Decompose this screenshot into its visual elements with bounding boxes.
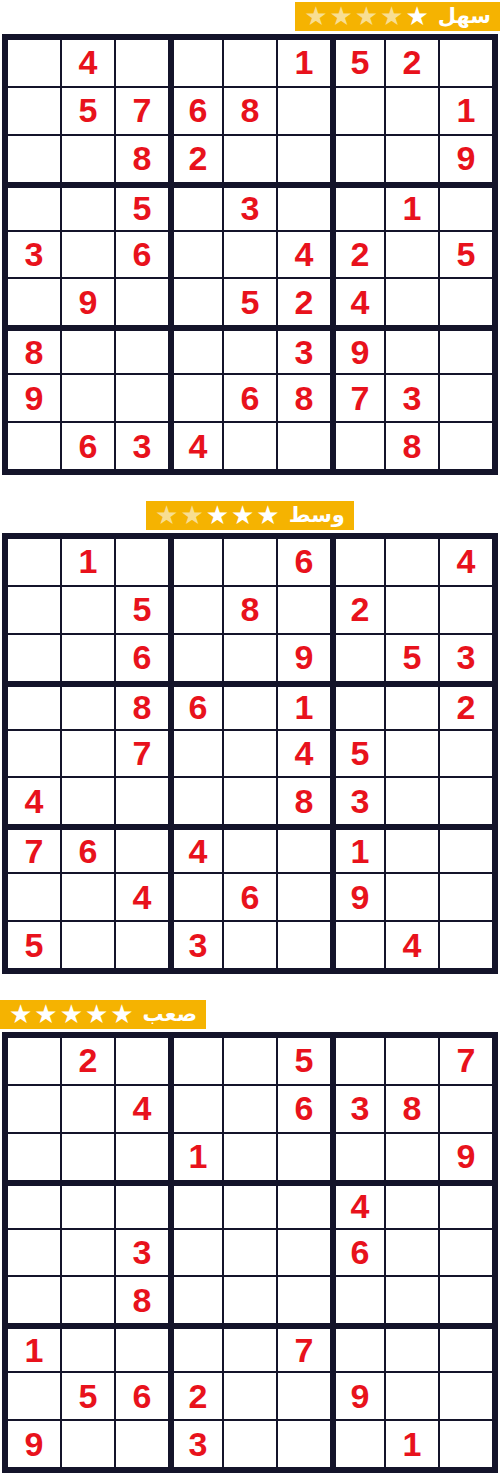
- sudoku-cell-given: 8: [116, 683, 168, 729]
- difficulty-label: وسط: [289, 501, 345, 530]
- sudoku-cell-given: 4: [116, 874, 168, 920]
- sudoku-cell-empty[interactable]: [440, 1421, 492, 1467]
- sudoku-cell-given: 3: [332, 778, 384, 824]
- sudoku-cell-given: 2: [170, 1373, 222, 1419]
- sudoku-cell-empty[interactable]: [278, 1230, 330, 1276]
- sudoku-cell-empty[interactable]: [440, 778, 492, 824]
- sudoku-cell-given: 6: [116, 232, 168, 278]
- star-empty-icon: ★: [304, 2, 327, 31]
- sudoku-cell-given: 5: [278, 1038, 330, 1084]
- sudoku-cell-given: 9: [278, 635, 330, 681]
- sudoku-cell-empty[interactable]: [116, 1038, 168, 1084]
- difficulty-stars: ★★★★★: [304, 2, 429, 31]
- sudoku-cell-given: 8: [224, 587, 276, 633]
- difficulty-label: سهل: [438, 2, 491, 31]
- sudoku-cell-given: 8: [386, 423, 438, 469]
- sudoku-cell-empty[interactable]: [386, 136, 438, 182]
- sudoku-cell-given: 4: [440, 539, 492, 585]
- star-filled-icon: ★: [206, 501, 229, 530]
- sudoku-cell-empty[interactable]: [170, 327, 222, 373]
- difficulty-stars: ★★★★★: [155, 501, 280, 530]
- sudoku-cell-given: 9: [440, 1134, 492, 1180]
- sudoku-cell-empty[interactable]: [62, 232, 114, 278]
- sudoku-cell-given: 9: [440, 136, 492, 182]
- sudoku-cell-empty[interactable]: [8, 1086, 60, 1132]
- sudoku-cell-empty[interactable]: [224, 1086, 276, 1132]
- sudoku-cell-empty[interactable]: [62, 327, 114, 373]
- sudoku-cell-given: 3: [170, 1421, 222, 1467]
- star-filled-icon: ★: [9, 1000, 32, 1029]
- sudoku-cell-empty[interactable]: [170, 1086, 222, 1132]
- sudoku-cell-empty[interactable]: [170, 874, 222, 920]
- sudoku-cell-empty[interactable]: [332, 1277, 384, 1323]
- sudoku-cell-given: 3: [8, 232, 60, 278]
- star-empty-icon: ★: [329, 2, 352, 31]
- star-filled-icon: ★: [256, 501, 279, 530]
- sudoku-cell-empty[interactable]: [170, 1038, 222, 1084]
- sudoku-cell-given: 6: [170, 683, 222, 729]
- sudoku-cell-empty[interactable]: [62, 1086, 114, 1132]
- sudoku-cell-given: 6: [278, 539, 330, 585]
- sudoku-cell-given: 8: [278, 778, 330, 824]
- sudoku-cell-empty[interactable]: [62, 1277, 114, 1323]
- sudoku-cell-given: 6: [224, 874, 276, 920]
- sudoku-cell-empty[interactable]: [8, 279, 60, 325]
- sudoku-cell-empty[interactable]: [440, 731, 492, 777]
- sudoku-cell-given: 4: [62, 40, 114, 86]
- sudoku-cell-empty[interactable]: [224, 539, 276, 585]
- sudoku-cell-empty[interactable]: [8, 587, 60, 633]
- sudoku-cell-empty[interactable]: [62, 1134, 114, 1180]
- sudoku-cell-empty[interactable]: [224, 922, 276, 968]
- sudoku-cell-empty[interactable]: [440, 1230, 492, 1276]
- sudoku-cell-empty[interactable]: [170, 40, 222, 86]
- sudoku-cell-given: 9: [332, 874, 384, 920]
- sudoku-cell-empty[interactable]: [8, 1134, 60, 1180]
- sudoku-cell-given: 2: [278, 279, 330, 325]
- difficulty-banner: ★★★★★ وسط: [146, 501, 354, 530]
- sudoku-cell-given: 9: [62, 279, 114, 325]
- sudoku-cell-empty[interactable]: [170, 587, 222, 633]
- sudoku-cell-given: 8: [386, 1086, 438, 1132]
- sudoku-cell-empty[interactable]: [170, 1277, 222, 1323]
- sudoku-cell-empty[interactable]: [170, 184, 222, 230]
- sudoku-cell-given: 4: [278, 232, 330, 278]
- sudoku-cell-given: 7: [8, 826, 60, 872]
- sudoku-cell-empty[interactable]: [62, 587, 114, 633]
- sudoku-cell-empty[interactable]: [8, 136, 60, 182]
- sudoku-cell-empty[interactable]: [440, 40, 492, 86]
- sudoku-cell-empty[interactable]: [8, 1373, 60, 1419]
- sudoku-cell-given: 4: [170, 826, 222, 872]
- sudoku-cell-given: 1: [332, 826, 384, 872]
- sudoku-cell-empty[interactable]: [116, 539, 168, 585]
- sudoku-cell-empty[interactable]: [116, 1421, 168, 1467]
- sudoku-cell-empty[interactable]: [170, 635, 222, 681]
- sudoku-cell-empty[interactable]: [386, 1325, 438, 1371]
- sudoku-cell-empty[interactable]: [116, 40, 168, 86]
- sudoku-cell-given: 7: [116, 731, 168, 777]
- sudoku-cell-given: 3: [116, 1230, 168, 1276]
- sudoku-cell-given: 9: [8, 375, 60, 421]
- sudoku-cell-empty[interactable]: [224, 1325, 276, 1371]
- sudoku-cell-given: 5: [332, 731, 384, 777]
- sudoku-cell-empty[interactable]: [386, 1134, 438, 1180]
- sudoku-cell-empty[interactable]: [440, 1182, 492, 1228]
- difficulty-header: ★★★★★ سهل: [0, 2, 500, 31]
- sudoku-cell-given: 6: [224, 375, 276, 421]
- sudoku-cell-empty[interactable]: [170, 1230, 222, 1276]
- sudoku-cell-empty[interactable]: [8, 1230, 60, 1276]
- sudoku-cell-empty[interactable]: [278, 1373, 330, 1419]
- sudoku-cell-given: 2: [332, 587, 384, 633]
- sudoku-cell-given: 7: [278, 1325, 330, 1371]
- star-empty-icon: ★: [155, 501, 178, 530]
- sudoku-cell-empty[interactable]: [224, 1421, 276, 1467]
- sudoku-cell-empty[interactable]: [170, 1325, 222, 1371]
- sudoku-cell-empty[interactable]: [386, 778, 438, 824]
- sudoku-cell-empty[interactable]: [332, 1325, 384, 1371]
- sudoku-cell-empty[interactable]: [332, 136, 384, 182]
- sudoku-cell-given: 2: [62, 1038, 114, 1084]
- sudoku-cell-given: 1: [62, 539, 114, 585]
- sudoku-cell-given: 6: [62, 826, 114, 872]
- sudoku-cell-given: 2: [332, 232, 384, 278]
- sudoku-cell-empty[interactable]: [224, 423, 276, 469]
- sudoku-cell-given: 1: [8, 1325, 60, 1371]
- sudoku-cell-empty[interactable]: [8, 731, 60, 777]
- sudoku-cell-given: 3: [278, 327, 330, 373]
- sudoku-cell-empty[interactable]: [62, 136, 114, 182]
- sudoku-cell-empty[interactable]: [332, 1038, 384, 1084]
- sudoku-cell-empty[interactable]: [332, 1134, 384, 1180]
- puzzle-section-3: ★★★★★ صعب 2574638194368175629931: [0, 1000, 500, 1473]
- sudoku-cell-empty[interactable]: [170, 375, 222, 421]
- sudoku-cell-empty[interactable]: [440, 1086, 492, 1132]
- sudoku-cell-empty[interactable]: [386, 539, 438, 585]
- sudoku-cell-empty[interactable]: [224, 683, 276, 729]
- sudoku-cell-given: 1: [278, 683, 330, 729]
- sudoku-cell-empty[interactable]: [224, 40, 276, 86]
- difficulty-banner: ★★★★★ سهل: [295, 2, 500, 31]
- sudoku-cell-empty[interactable]: [440, 423, 492, 469]
- sudoku-cell-given: 5: [62, 1373, 114, 1419]
- sudoku-cell-given: 5: [116, 184, 168, 230]
- star-filled-icon: ★: [231, 501, 254, 530]
- sudoku-cell-empty[interactable]: [332, 1421, 384, 1467]
- difficulty-header: ★★★★★ وسط: [0, 501, 500, 530]
- sudoku-cell-given: 5: [116, 587, 168, 633]
- sudoku-cell-empty[interactable]: [8, 683, 60, 729]
- star-filled-icon: ★: [405, 2, 428, 31]
- sudoku-cell-empty[interactable]: [224, 1038, 276, 1084]
- star-empty-icon: ★: [380, 2, 403, 31]
- sudoku-cell-given: 9: [332, 1373, 384, 1419]
- sudoku-cell-empty[interactable]: [170, 778, 222, 824]
- puzzle-section-1: ★★★★★ سهل 415257681829531364259524839968…: [0, 2, 500, 475]
- sudoku-cell-empty[interactable]: [440, 279, 492, 325]
- sudoku-cell-empty[interactable]: [440, 1373, 492, 1419]
- sudoku-cell-empty[interactable]: [116, 922, 168, 968]
- sudoku-cell-empty[interactable]: [278, 88, 330, 134]
- sudoku-cell-empty[interactable]: [8, 184, 60, 230]
- sudoku-cell-empty[interactable]: [278, 826, 330, 872]
- sudoku-cell-given: 8: [8, 327, 60, 373]
- sudoku-cell-empty[interactable]: [62, 1182, 114, 1228]
- sudoku-cell-empty[interactable]: [170, 1182, 222, 1228]
- sudoku-cell-empty[interactable]: [278, 1277, 330, 1323]
- sudoku-cell-given: 2: [440, 683, 492, 729]
- difficulty-header: ★★★★★ صعب: [0, 1000, 500, 1029]
- sudoku-cell-empty[interactable]: [62, 1230, 114, 1276]
- sudoku-cell-given: 1: [386, 1421, 438, 1467]
- sudoku-cell-empty[interactable]: [278, 136, 330, 182]
- sudoku-cell-given: 2: [170, 136, 222, 182]
- sudoku-board: 164582695386127454837641469534: [2, 533, 498, 974]
- sudoku-cell-empty[interactable]: [224, 232, 276, 278]
- sudoku-cell-empty[interactable]: [440, 587, 492, 633]
- sudoku-cell-empty[interactable]: [224, 1373, 276, 1419]
- sudoku-cell-empty[interactable]: [116, 327, 168, 373]
- sudoku-cell-empty[interactable]: [386, 1038, 438, 1084]
- sudoku-cell-given: 5: [224, 279, 276, 325]
- sudoku-cell-empty[interactable]: [332, 184, 384, 230]
- sudoku-cell-empty[interactable]: [62, 778, 114, 824]
- sudoku-cell-given: 5: [332, 40, 384, 86]
- star-filled-icon: ★: [60, 1000, 83, 1029]
- sudoku-cell-empty[interactable]: [440, 1325, 492, 1371]
- sudoku-cell-empty[interactable]: [278, 1134, 330, 1180]
- star-empty-icon: ★: [355, 2, 378, 31]
- sudoku-cell-empty[interactable]: [386, 731, 438, 777]
- sudoku-cell-empty[interactable]: [62, 683, 114, 729]
- sudoku-cell-given: 1: [278, 40, 330, 86]
- sudoku-cell-empty[interactable]: [440, 874, 492, 920]
- sudoku-cell-given: 7: [332, 375, 384, 421]
- sudoku-cell-empty[interactable]: [8, 423, 60, 469]
- sudoku-cell-empty[interactable]: [116, 778, 168, 824]
- sudoku-cell-given: 1: [170, 1134, 222, 1180]
- sudoku-cell-empty[interactable]: [62, 731, 114, 777]
- sudoku-cell-empty[interactable]: [116, 1134, 168, 1180]
- sudoku-cell-given: 6: [116, 1373, 168, 1419]
- sudoku-cell-given: 4: [332, 1182, 384, 1228]
- sudoku-cell-empty[interactable]: [116, 1182, 168, 1228]
- sudoku-cell-empty[interactable]: [170, 731, 222, 777]
- star-empty-icon: ★: [180, 501, 203, 530]
- sudoku-cell-empty[interactable]: [278, 922, 330, 968]
- sudoku-cell-given: 4: [116, 1086, 168, 1132]
- sudoku-cell-empty[interactable]: [386, 1373, 438, 1419]
- sudoku-cell-empty[interactable]: [224, 1134, 276, 1180]
- sudoku-cell-empty[interactable]: [116, 826, 168, 872]
- sudoku-cell-empty[interactable]: [224, 1230, 276, 1276]
- difficulty-stars: ★★★★★: [9, 1000, 134, 1029]
- sudoku-cell-empty[interactable]: [278, 587, 330, 633]
- sudoku-cell-empty[interactable]: [386, 683, 438, 729]
- sudoku-cell-given: 4: [278, 731, 330, 777]
- sudoku-cell-empty[interactable]: [386, 1230, 438, 1276]
- sudoku-cell-empty[interactable]: [386, 874, 438, 920]
- sudoku-cell-empty[interactable]: [8, 40, 60, 86]
- sudoku-cell-empty[interactable]: [8, 88, 60, 134]
- sudoku-cell-empty[interactable]: [170, 539, 222, 585]
- star-filled-icon: ★: [34, 1000, 57, 1029]
- sudoku-cell-given: 7: [440, 1038, 492, 1084]
- sudoku-cell-empty[interactable]: [170, 232, 222, 278]
- sudoku-board: 2574638194368175629931: [2, 1032, 498, 1473]
- sudoku-cell-given: 2: [386, 40, 438, 86]
- sudoku-cell-empty[interactable]: [116, 1325, 168, 1371]
- sudoku-cell-empty[interactable]: [332, 539, 384, 585]
- sudoku-cell-given: 5: [440, 232, 492, 278]
- sudoku-cell-empty[interactable]: [224, 778, 276, 824]
- sudoku-cell-empty[interactable]: [224, 826, 276, 872]
- sudoku-cell-given: 6: [170, 88, 222, 134]
- sudoku-cell-empty[interactable]: [332, 423, 384, 469]
- sudoku-cell-empty[interactable]: [278, 1421, 330, 1467]
- star-filled-icon: ★: [85, 1000, 108, 1029]
- sudoku-cell-empty[interactable]: [386, 232, 438, 278]
- sudoku-cell-empty[interactable]: [278, 184, 330, 230]
- sudoku-cell-given: 8: [224, 88, 276, 134]
- sudoku-cell-empty[interactable]: [440, 184, 492, 230]
- sudoku-cell-empty[interactable]: [8, 1182, 60, 1228]
- sudoku-cell-given: 3: [386, 375, 438, 421]
- sudoku-cell-empty[interactable]: [224, 635, 276, 681]
- sudoku-cell-empty[interactable]: [386, 88, 438, 134]
- sudoku-cell-empty[interactable]: [8, 1038, 60, 1084]
- sudoku-cell-empty[interactable]: [440, 922, 492, 968]
- sudoku-cell-empty[interactable]: [62, 184, 114, 230]
- sudoku-cell-given: 6: [116, 635, 168, 681]
- sudoku-cell-given: 9: [8, 1421, 60, 1467]
- sudoku-cell-given: 4: [332, 279, 384, 325]
- sudoku-cell-empty[interactable]: [386, 1182, 438, 1228]
- sudoku-cell-empty[interactable]: [116, 279, 168, 325]
- sudoku-cell-given: 3: [440, 635, 492, 681]
- sudoku-cell-empty[interactable]: [278, 423, 330, 469]
- sudoku-cell-given: 1: [440, 88, 492, 134]
- sudoku-cell-empty[interactable]: [8, 1277, 60, 1323]
- star-filled-icon: ★: [110, 1000, 133, 1029]
- sudoku-cell-given: 4: [170, 423, 222, 469]
- sudoku-cell-empty[interactable]: [224, 1182, 276, 1228]
- sudoku-cell-given: 7: [116, 88, 168, 134]
- sudoku-cell-empty[interactable]: [332, 635, 384, 681]
- puzzle-section-2: ★★★★★ وسط 164582695386127454837641469534: [0, 501, 500, 974]
- sudoku-cell-given: 3: [224, 184, 276, 230]
- difficulty-banner: ★★★★★ صعب: [0, 1000, 206, 1029]
- sudoku-cell-given: 8: [116, 136, 168, 182]
- sudoku-cell-empty[interactable]: [386, 826, 438, 872]
- sudoku-cell-empty[interactable]: [332, 683, 384, 729]
- sudoku-cell-given: 5: [62, 88, 114, 134]
- sudoku-cell-empty[interactable]: [8, 874, 60, 920]
- sudoku-cell-given: 1: [386, 184, 438, 230]
- sudoku-cell-empty[interactable]: [386, 279, 438, 325]
- sudoku-cell-empty[interactable]: [224, 327, 276, 373]
- sudoku-cell-empty[interactable]: [62, 922, 114, 968]
- sudoku-cell-empty[interactable]: [440, 826, 492, 872]
- sudoku-cell-empty[interactable]: [332, 88, 384, 134]
- sudoku-cell-empty[interactable]: [278, 1182, 330, 1228]
- sudoku-cell-given: 8: [116, 1277, 168, 1323]
- sudoku-cell-empty[interactable]: [224, 136, 276, 182]
- sudoku-cell-given: 6: [62, 423, 114, 469]
- sudoku-cell-empty[interactable]: [224, 1277, 276, 1323]
- sudoku-board: 415257681829531364259524839968736348: [2, 34, 498, 475]
- difficulty-label: صعب: [143, 1000, 197, 1029]
- sudoku-cell-given: 3: [332, 1086, 384, 1132]
- sudoku-cell-empty[interactable]: [224, 731, 276, 777]
- sudoku-cell-given: 6: [278, 1086, 330, 1132]
- sudoku-cell-empty[interactable]: [62, 1325, 114, 1371]
- sudoku-cell-empty[interactable]: [62, 635, 114, 681]
- sudoku-cell-empty[interactable]: [440, 1277, 492, 1323]
- sudoku-cell-given: 4: [8, 778, 60, 824]
- sudoku-cell-given: 9: [332, 327, 384, 373]
- sudoku-cell-empty[interactable]: [386, 1277, 438, 1323]
- sudoku-cell-empty[interactable]: [62, 375, 114, 421]
- sudoku-cell-empty[interactable]: [386, 327, 438, 373]
- sudoku-cell-empty[interactable]: [440, 327, 492, 373]
- sudoku-cell-given: 3: [116, 423, 168, 469]
- sudoku-cell-given: 6: [332, 1230, 384, 1276]
- sudoku-cell-empty[interactable]: [62, 874, 114, 920]
- sudoku-cell-empty[interactable]: [440, 375, 492, 421]
- sudoku-cell-given: 3: [170, 922, 222, 968]
- sudoku-cell-given: 5: [386, 635, 438, 681]
- sudoku-cell-empty[interactable]: [386, 587, 438, 633]
- sudoku-cell-empty[interactable]: [170, 279, 222, 325]
- sudoku-cell-given: 5: [8, 922, 60, 968]
- sudoku-cell-empty[interactable]: [116, 375, 168, 421]
- sudoku-cell-empty[interactable]: [278, 874, 330, 920]
- sudoku-cell-empty[interactable]: [62, 1421, 114, 1467]
- sudoku-cell-empty[interactable]: [332, 922, 384, 968]
- sudoku-cell-given: 8: [278, 375, 330, 421]
- sudoku-cell-empty[interactable]: [8, 539, 60, 585]
- sudoku-cell-given: 4: [386, 922, 438, 968]
- sudoku-cell-empty[interactable]: [8, 635, 60, 681]
